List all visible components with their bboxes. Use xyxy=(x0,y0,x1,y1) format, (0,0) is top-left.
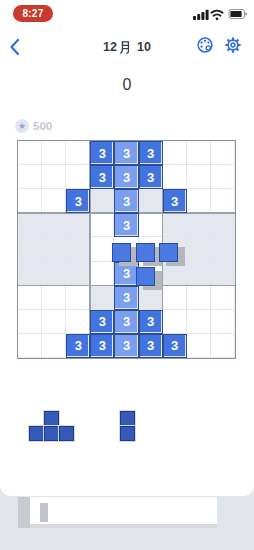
board-cell-r2c4[interactable]: 3 xyxy=(114,189,138,213)
board-cell-r1c2[interactable] xyxy=(66,165,90,189)
tray-block xyxy=(29,426,44,441)
board-cell-r1c0[interactable] xyxy=(18,165,42,189)
settings-button[interactable] xyxy=(224,36,242,54)
board-cell-r2c3[interactable] xyxy=(90,189,114,213)
gear-icon xyxy=(225,37,241,53)
board-cell-r2c5[interactable] xyxy=(139,189,163,213)
board-cell-r2c7[interactable] xyxy=(187,189,211,213)
board-cell-r3c5[interactable] xyxy=(139,213,163,237)
app-screen: 8:27 12 xyxy=(0,0,254,550)
tray-block xyxy=(44,411,59,426)
board-cell-r8c5[interactable]: 3 xyxy=(139,334,163,358)
board-cell-r4c8[interactable] xyxy=(211,237,235,261)
board-cell-r0c4[interactable]: 3 xyxy=(114,141,138,165)
board-cell-r7c1[interactable] xyxy=(42,310,66,334)
board-cell-r3c0[interactable] xyxy=(18,213,42,237)
board-cell-r8c3[interactable]: 3 xyxy=(90,334,114,358)
board-cell-r7c5[interactable]: 3 xyxy=(139,310,163,334)
board-cell-r1c7[interactable] xyxy=(187,165,211,189)
board-cell-r5c8[interactable] xyxy=(211,262,235,286)
board-cell-r2c2[interactable]: 3 xyxy=(66,189,90,213)
board-cell-r6c0[interactable] xyxy=(18,286,42,310)
board-cell-r1c5[interactable]: 3 xyxy=(139,165,163,189)
palette-icon xyxy=(198,38,212,52)
tray-block xyxy=(120,411,135,426)
board-cell-r6c6[interactable] xyxy=(163,286,187,310)
board-cell-r0c8[interactable] xyxy=(211,141,235,165)
board-cell-r0c2[interactable] xyxy=(66,141,90,165)
board-cell-r0c7[interactable] xyxy=(187,141,211,165)
dragged-piece-block[interactable] xyxy=(136,267,155,286)
battery-icon xyxy=(229,10,247,19)
ad-banner-shadow xyxy=(30,524,217,528)
tray-block xyxy=(59,426,74,441)
status-time: 8:27 xyxy=(23,8,44,19)
board-cell-r5c2[interactable] xyxy=(66,262,90,286)
tray-block xyxy=(120,426,135,441)
board-cell-r1c3[interactable]: 3 xyxy=(90,165,114,189)
score-value: 0 xyxy=(0,76,254,94)
board-cell-r4c3[interactable] xyxy=(90,237,114,261)
board-cell-r0c3[interactable]: 3 xyxy=(90,141,114,165)
board-cell-r8c4[interactable]: 3 xyxy=(114,334,138,358)
board-cell-r3c7[interactable] xyxy=(187,213,211,237)
board-cell-r7c8[interactable] xyxy=(211,310,235,334)
board-cell-r5c7[interactable] xyxy=(187,262,211,286)
board-cell-r0c5[interactable]: 3 xyxy=(139,141,163,165)
title-day-suffix: 10 xyxy=(137,40,151,54)
board-cell-r2c0[interactable] xyxy=(18,189,42,213)
board-cell-r6c4[interactable]: 3 xyxy=(114,286,138,310)
dragged-piece-block[interactable] xyxy=(136,243,155,262)
board-cell-r5c0[interactable] xyxy=(18,262,42,286)
board-cell-r8c0[interactable] xyxy=(18,334,42,358)
status-icons xyxy=(193,7,247,21)
dragged-piece-block[interactable] xyxy=(159,243,178,262)
board-cell-r5c3[interactable] xyxy=(90,262,114,286)
board-cell-r7c7[interactable] xyxy=(187,310,211,334)
main-card: 8:27 12 xyxy=(0,0,254,496)
board-cell-r2c6[interactable]: 3 xyxy=(163,189,187,213)
star-icon: ★ xyxy=(15,119,29,133)
board-cell-r4c7[interactable] xyxy=(187,237,211,261)
board-cell-r1c6[interactable] xyxy=(163,165,187,189)
board-cell-r3c2[interactable] xyxy=(66,213,90,237)
board-cell-r3c1[interactable] xyxy=(42,213,66,237)
board-cell-r2c8[interactable] xyxy=(211,189,235,213)
board-cell-r2c1[interactable] xyxy=(42,189,66,213)
board-cell-r8c8[interactable] xyxy=(211,334,235,358)
tray-block xyxy=(44,426,59,441)
board-cell-r4c2[interactable] xyxy=(66,237,90,261)
board-cell-r7c0[interactable] xyxy=(18,310,42,334)
page-title: 12 10 xyxy=(0,40,254,54)
board-cell-r7c6[interactable] xyxy=(163,310,187,334)
board-cell-r7c2[interactable] xyxy=(66,310,90,334)
board-cell-r3c8[interactable] xyxy=(211,213,235,237)
ad-placeholder-small xyxy=(40,503,48,522)
dragged-piece-block[interactable] xyxy=(112,243,131,262)
board-cell-r3c3[interactable] xyxy=(90,213,114,237)
board-cell-r6c7[interactable] xyxy=(187,286,211,310)
board-cell-r6c1[interactable] xyxy=(42,286,66,310)
board-cell-r0c1[interactable] xyxy=(42,141,66,165)
board-cell-r5c1[interactable] xyxy=(42,262,66,286)
board-cell-r3c6[interactable] xyxy=(163,213,187,237)
ad-placeholder-block xyxy=(18,497,30,528)
signal-bars-icon xyxy=(193,10,209,20)
wifi-icon xyxy=(211,11,222,21)
board-cell-r7c4[interactable]: 3 xyxy=(114,310,138,334)
board-cell-r1c4[interactable]: 3 xyxy=(114,165,138,189)
theme-palette-button[interactable] xyxy=(196,36,214,54)
time-badge[interactable]: 8:27 xyxy=(13,5,53,22)
board-cell-r6c8[interactable] xyxy=(211,286,235,310)
board-cell-r4c1[interactable] xyxy=(42,237,66,261)
coins-value: 500 xyxy=(33,120,52,132)
title-day-prefix: 12 xyxy=(103,40,117,54)
board-cell-r4c0[interactable] xyxy=(18,237,42,261)
board-cell-r8c2[interactable]: 3 xyxy=(66,334,90,358)
month-kanji-glyph xyxy=(119,40,131,54)
board-cell-r3c4[interactable]: 3 xyxy=(114,213,138,237)
board-cell-r1c1[interactable] xyxy=(42,165,66,189)
board-cell-r0c6[interactable] xyxy=(163,141,187,165)
board-cell-r8c1[interactable] xyxy=(42,334,66,358)
board-cell-r0c0[interactable] xyxy=(18,141,42,165)
ad-banner[interactable] xyxy=(30,497,217,524)
board-cell-r7c3[interactable]: 3 xyxy=(90,310,114,334)
board-cell-r8c6[interactable]: 3 xyxy=(163,334,187,358)
board-cell-r6c2[interactable] xyxy=(66,286,90,310)
board-cell-r1c8[interactable] xyxy=(211,165,235,189)
board-cell-r6c3[interactable] xyxy=(90,286,114,310)
board-cell-r8c7[interactable] xyxy=(187,334,211,358)
coins-badge: ★ 500 xyxy=(15,119,52,133)
